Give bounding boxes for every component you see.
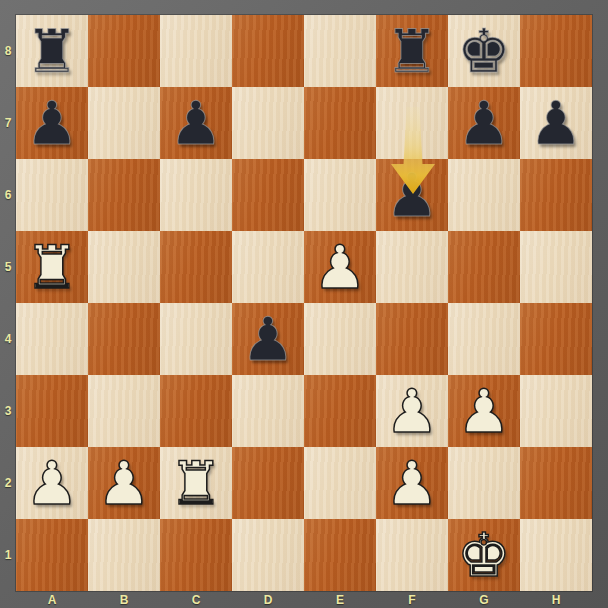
square-a2[interactable]: ♟ (16, 447, 88, 519)
square-d4[interactable]: ♟ (232, 303, 304, 375)
square-b6[interactable] (88, 159, 160, 231)
square-c7[interactable]: ♟ (160, 87, 232, 159)
square-f7[interactable] (376, 87, 448, 159)
square-d3[interactable] (232, 375, 304, 447)
square-h2[interactable] (520, 447, 592, 519)
file-label-a: A (16, 591, 88, 608)
rank-label-6: 6 (0, 159, 16, 231)
square-c2[interactable]: ♜ (160, 447, 232, 519)
square-a7[interactable]: ♟ (16, 87, 88, 159)
square-h3[interactable] (520, 375, 592, 447)
rank-label-4: 4 (0, 303, 16, 375)
black-king-g8[interactable]: ♚ (448, 15, 520, 87)
rank-label-5: 5 (0, 231, 16, 303)
square-h1[interactable] (520, 519, 592, 591)
file-label-f: F (376, 591, 448, 608)
square-g6[interactable] (448, 159, 520, 231)
rank-label-7: 7 (0, 87, 16, 159)
square-f6[interactable]: ♟ (376, 159, 448, 231)
square-b3[interactable] (88, 375, 160, 447)
file-label-b: B (88, 591, 160, 608)
black-rook-a8[interactable]: ♜ (16, 15, 88, 87)
square-e1[interactable] (304, 519, 376, 591)
file-label-e: E (304, 591, 376, 608)
square-g8[interactable]: ♚ (448, 15, 520, 87)
white-rook-c2[interactable]: ♜ (160, 447, 232, 519)
white-pawn-f2[interactable]: ♟ (376, 447, 448, 519)
white-pawn-b2[interactable]: ♟ (88, 447, 160, 519)
rank-label-3: 3 (0, 375, 16, 447)
square-b4[interactable] (88, 303, 160, 375)
black-rook-f8[interactable]: ♜ (376, 15, 448, 87)
square-e8[interactable] (304, 15, 376, 87)
square-b1[interactable] (88, 519, 160, 591)
square-c3[interactable] (160, 375, 232, 447)
square-e2[interactable] (304, 447, 376, 519)
white-king-g1[interactable]: ♚ (448, 519, 520, 591)
square-f5[interactable] (376, 231, 448, 303)
square-h5[interactable] (520, 231, 592, 303)
square-c6[interactable] (160, 159, 232, 231)
square-a8[interactable]: ♜ (16, 15, 88, 87)
square-g4[interactable] (448, 303, 520, 375)
file-label-c: C (160, 591, 232, 608)
black-pawn-c7[interactable]: ♟ (160, 87, 232, 159)
white-pawn-a2[interactable]: ♟ (16, 447, 88, 519)
square-e3[interactable] (304, 375, 376, 447)
square-h8[interactable] (520, 15, 592, 87)
file-label-h: H (520, 591, 592, 608)
square-a3[interactable] (16, 375, 88, 447)
square-d2[interactable] (232, 447, 304, 519)
square-f8[interactable]: ♜ (376, 15, 448, 87)
rank-label-1: 1 (0, 519, 16, 591)
white-pawn-e5[interactable]: ♟ (304, 231, 376, 303)
square-c4[interactable] (160, 303, 232, 375)
black-pawn-d4[interactable]: ♟ (232, 303, 304, 375)
chess-board: ♜♜♚♟♟♟♟♟♜♟♟♟♟♟♟♜♟♚ (16, 15, 592, 591)
square-f1[interactable] (376, 519, 448, 591)
square-g2[interactable] (448, 447, 520, 519)
square-e4[interactable] (304, 303, 376, 375)
square-f4[interactable] (376, 303, 448, 375)
square-c1[interactable] (160, 519, 232, 591)
square-d5[interactable] (232, 231, 304, 303)
square-a4[interactable] (16, 303, 88, 375)
file-label-g: G (448, 591, 520, 608)
black-pawn-f6[interactable]: ♟ (376, 159, 448, 231)
square-g7[interactable]: ♟ (448, 87, 520, 159)
square-c5[interactable] (160, 231, 232, 303)
white-rook-a5[interactable]: ♜ (16, 231, 88, 303)
square-e6[interactable] (304, 159, 376, 231)
square-b5[interactable] (88, 231, 160, 303)
square-h4[interactable] (520, 303, 592, 375)
square-b8[interactable] (88, 15, 160, 87)
black-pawn-h7[interactable]: ♟ (520, 87, 592, 159)
square-g3[interactable]: ♟ (448, 375, 520, 447)
chessboard-frame: ♜♜♚♟♟♟♟♟♜♟♟♟♟♟♟♜♟♚ 87654321 ABCDEFGH (0, 0, 608, 608)
rank-label-8: 8 (0, 15, 16, 87)
square-e7[interactable] (304, 87, 376, 159)
file-label-d: D (232, 591, 304, 608)
black-pawn-g7[interactable]: ♟ (448, 87, 520, 159)
square-b2[interactable]: ♟ (88, 447, 160, 519)
square-f3[interactable]: ♟ (376, 375, 448, 447)
rank-label-2: 2 (0, 447, 16, 519)
square-a6[interactable] (16, 159, 88, 231)
black-pawn-a7[interactable]: ♟ (16, 87, 88, 159)
square-h6[interactable] (520, 159, 592, 231)
square-d6[interactable] (232, 159, 304, 231)
white-pawn-f3[interactable]: ♟ (376, 375, 448, 447)
square-f2[interactable]: ♟ (376, 447, 448, 519)
square-a5[interactable]: ♜ (16, 231, 88, 303)
square-h7[interactable]: ♟ (520, 87, 592, 159)
square-a1[interactable] (16, 519, 88, 591)
square-g5[interactable] (448, 231, 520, 303)
square-g1[interactable]: ♚ (448, 519, 520, 591)
square-d7[interactable] (232, 87, 304, 159)
square-d1[interactable] (232, 519, 304, 591)
square-e5[interactable]: ♟ (304, 231, 376, 303)
square-b7[interactable] (88, 87, 160, 159)
square-c8[interactable] (160, 15, 232, 87)
white-pawn-g3[interactable]: ♟ (448, 375, 520, 447)
square-d8[interactable] (232, 15, 304, 87)
